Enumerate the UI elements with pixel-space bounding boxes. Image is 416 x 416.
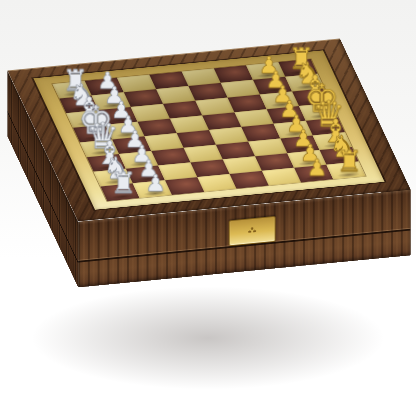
chess-box: ♜♟♟♜♞♟♟♞♝♟♟♝♚♟♟♚♛♟♟♛♝♟♟♝♞♟♟♞♜♟♟♜ <box>7 104 410 287</box>
piece-white-pawn-d2[interactable]: ♟ <box>124 128 145 151</box>
product-photo-canvas: ♜♟♟♜♞♟♟♞♝♟♟♝♚♟♟♚♛♟♟♛♝♟♟♝♞♟♟♞♜♟♟♜ <box>0 0 416 416</box>
scene: ♜♟♟♜♞♟♟♞♝♟♟♝♚♟♟♚♛♟♟♛♝♟♟♝♞♟♟♞♜♟♟♜ <box>0 0 416 416</box>
square-e6[interactable] <box>234 109 273 127</box>
board-top-face: ♜♟♟♜♞♟♟♞♝♟♟♝♚♟♟♚♛♟♟♛♝♟♟♝♞♟♟♞♜♟♟♜ <box>7 39 410 222</box>
